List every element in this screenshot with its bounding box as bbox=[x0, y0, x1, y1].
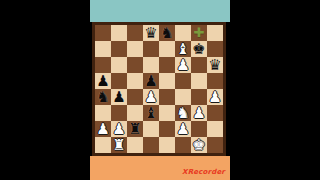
app-column: ♛♞✚♝♚♟♛♟♟♞♟♟♟♝♞♟♟♟♜♟♜♚ XRecorder bbox=[90, 0, 230, 180]
square-c6[interactable] bbox=[127, 57, 143, 73]
square-d3[interactable]: ♝ bbox=[143, 105, 159, 121]
square-f7[interactable]: ♝ bbox=[175, 41, 191, 57]
square-e6[interactable] bbox=[159, 57, 175, 73]
square-g3[interactable]: ♟ bbox=[191, 105, 207, 121]
square-c5[interactable] bbox=[127, 73, 143, 89]
square-h8[interactable] bbox=[207, 25, 223, 41]
board-frame: ♛♞✚♝♚♟♛♟♟♞♟♟♟♝♞♟♟♟♜♟♜♚ bbox=[92, 22, 226, 156]
square-g4[interactable] bbox=[191, 89, 207, 105]
square-a6[interactable] bbox=[95, 57, 111, 73]
square-g5[interactable] bbox=[191, 73, 207, 89]
piece-white-pawn[interactable]: ♟ bbox=[96, 121, 109, 137]
square-e8[interactable]: ♞ bbox=[159, 25, 175, 41]
square-d4[interactable]: ♟ bbox=[143, 89, 159, 105]
piece-white-knight[interactable]: ♞ bbox=[176, 105, 189, 121]
piece-black-pawn[interactable]: ♟ bbox=[112, 89, 125, 105]
square-f3[interactable]: ♞ bbox=[175, 105, 191, 121]
piece-white-pawn[interactable]: ♟ bbox=[144, 89, 157, 105]
square-f2[interactable]: ♟ bbox=[175, 121, 191, 137]
square-h3[interactable] bbox=[207, 105, 223, 121]
square-b3[interactable] bbox=[111, 105, 127, 121]
square-g6[interactable] bbox=[191, 57, 207, 73]
target-cross-icon: ✚ bbox=[194, 25, 205, 41]
square-b1[interactable]: ♜ bbox=[111, 137, 127, 153]
square-b8[interactable] bbox=[111, 25, 127, 41]
piece-white-pawn[interactable]: ♟ bbox=[176, 121, 189, 137]
piece-black-pawn[interactable]: ♟ bbox=[96, 73, 109, 89]
square-b2[interactable]: ♟ bbox=[111, 121, 127, 137]
watermark-text: XRecorder bbox=[182, 168, 225, 176]
square-f1[interactable] bbox=[175, 137, 191, 153]
square-f8[interactable] bbox=[175, 25, 191, 41]
square-g2[interactable] bbox=[191, 121, 207, 137]
square-h7[interactable] bbox=[207, 41, 223, 57]
square-f4[interactable] bbox=[175, 89, 191, 105]
square-e2[interactable] bbox=[159, 121, 175, 137]
square-h4[interactable]: ♟ bbox=[207, 89, 223, 105]
square-c7[interactable] bbox=[127, 41, 143, 57]
square-a4[interactable]: ♞ bbox=[95, 89, 111, 105]
square-e3[interactable] bbox=[159, 105, 175, 121]
square-e4[interactable] bbox=[159, 89, 175, 105]
square-a7[interactable] bbox=[95, 41, 111, 57]
piece-black-knight[interactable]: ♞ bbox=[160, 25, 173, 41]
square-d1[interactable] bbox=[143, 137, 159, 153]
piece-black-pawn[interactable]: ♟ bbox=[144, 73, 157, 89]
square-b6[interactable] bbox=[111, 57, 127, 73]
square-a5[interactable]: ♟ bbox=[95, 73, 111, 89]
square-e5[interactable] bbox=[159, 73, 175, 89]
square-f5[interactable] bbox=[175, 73, 191, 89]
square-g8[interactable]: ✚ bbox=[191, 25, 207, 41]
square-b5[interactable] bbox=[111, 73, 127, 89]
piece-white-king[interactable]: ♚ bbox=[192, 137, 205, 153]
piece-white-pawn[interactable]: ♟ bbox=[208, 89, 221, 105]
bottom-bar: XRecorder bbox=[90, 156, 230, 180]
square-d6[interactable] bbox=[143, 57, 159, 73]
piece-black-knight[interactable]: ♞ bbox=[96, 89, 109, 105]
piece-white-pawn[interactable]: ♟ bbox=[112, 121, 125, 137]
square-f6[interactable]: ♟ bbox=[175, 57, 191, 73]
piece-black-bishop[interactable]: ♝ bbox=[144, 105, 157, 121]
square-e7[interactable] bbox=[159, 41, 175, 57]
piece-white-rook[interactable]: ♜ bbox=[112, 137, 125, 153]
piece-black-queen[interactable]: ♛ bbox=[144, 25, 157, 41]
piece-white-pawn[interactable]: ♟ bbox=[176, 57, 189, 73]
square-b7[interactable] bbox=[111, 41, 127, 57]
board: ♛♞✚♝♚♟♛♟♟♞♟♟♟♝♞♟♟♟♜♟♜♚ bbox=[95, 25, 223, 153]
piece-white-bishop[interactable]: ♝ bbox=[176, 41, 189, 57]
screen: ♛♞✚♝♚♟♛♟♟♞♟♟♟♝♞♟♟♟♜♟♜♚ XRecorder bbox=[0, 0, 320, 180]
piece-black-king[interactable]: ♚ bbox=[192, 41, 205, 57]
square-a8[interactable] bbox=[95, 25, 111, 41]
piece-white-pawn[interactable]: ♟ bbox=[192, 105, 205, 121]
piece-black-rook[interactable]: ♜ bbox=[128, 121, 141, 137]
square-c4[interactable] bbox=[127, 89, 143, 105]
square-c1[interactable] bbox=[127, 137, 143, 153]
square-d5[interactable]: ♟ bbox=[143, 73, 159, 89]
square-g1[interactable]: ♚ bbox=[191, 137, 207, 153]
square-h1[interactable] bbox=[207, 137, 223, 153]
square-b4[interactable]: ♟ bbox=[111, 89, 127, 105]
square-a2[interactable]: ♟ bbox=[95, 121, 111, 137]
square-a1[interactable] bbox=[95, 137, 111, 153]
square-h2[interactable] bbox=[207, 121, 223, 137]
square-c2[interactable]: ♜ bbox=[127, 121, 143, 137]
square-d7[interactable] bbox=[143, 41, 159, 57]
square-a3[interactable] bbox=[95, 105, 111, 121]
top-bar bbox=[90, 0, 230, 22]
square-e1[interactable] bbox=[159, 137, 175, 153]
piece-black-queen[interactable]: ♛ bbox=[208, 57, 221, 73]
square-d2[interactable] bbox=[143, 121, 159, 137]
square-h5[interactable] bbox=[207, 73, 223, 89]
square-d8[interactable]: ♛ bbox=[143, 25, 159, 41]
square-g7[interactable]: ♚ bbox=[191, 41, 207, 57]
square-c8[interactable] bbox=[127, 25, 143, 41]
square-c3[interactable] bbox=[127, 105, 143, 121]
square-h6[interactable]: ♛ bbox=[207, 57, 223, 73]
